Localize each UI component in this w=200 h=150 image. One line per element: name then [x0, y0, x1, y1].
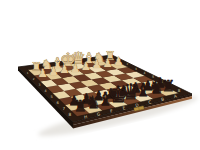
piece-black-bishop-c8: ♝ [129, 81, 157, 99]
piece-black-pawn-g7: ♟ [72, 92, 100, 106]
piece-black-rook-a8: ♜ [154, 78, 182, 94]
piece-black-pawn-d7: ♟ [109, 84, 137, 98]
piece-black-pawn-a7: ♟ [146, 76, 174, 90]
piece-white-bishop-f1: ♝ [43, 56, 71, 70]
piece-white-pawn-b2: ♟ [93, 58, 121, 69]
piece-black-pawn-f7: ♟ [85, 89, 113, 103]
piece-white-pawn-d2: ♟ [72, 61, 100, 72]
piece-black-bishop-f8: ♝ [92, 90, 120, 108]
piece-white-bishop-c1: ♝ [75, 51, 103, 65]
piece-white-pawn-e2: ♟ [61, 63, 89, 74]
piece-black-pawn-e7: ♟ [97, 87, 125, 101]
chess-set-photo: HGFEDCBA1234567812345678 ♜♞♝♛♚♝♞♜♟♟♟♟♟♟♟… [0, 0, 200, 150]
piece-black-pawn-b7: ♟ [134, 79, 162, 93]
piece-black-knight-g8: ♞ [79, 94, 107, 111]
piece-white-pawn-c2: ♟ [83, 59, 111, 70]
piece-black-queen-d8: ♛ [117, 81, 145, 103]
piece-white-pawn-g2: ♟ [39, 66, 67, 77]
piece-white-rook-a1: ♜ [96, 50, 124, 62]
piece-black-pawn-c7: ♟ [121, 81, 149, 95]
piece-black-knight-b8: ♞ [142, 79, 170, 96]
piece-black-rook-h8: ♜ [66, 98, 94, 114]
piece-white-pawn-a2: ♟ [104, 56, 132, 67]
piece-white-queen-d1: ♛ [64, 50, 92, 67]
piece-white-knight-b1: ♞ [85, 51, 113, 65]
piece-black-king-e8: ♚ [104, 82, 132, 105]
piece-white-rook-h1: ♜ [22, 61, 50, 73]
piece-white-pawn-h2: ♟ [29, 68, 57, 79]
piece-white-pawn-f2: ♟ [50, 64, 78, 75]
piece-white-knight-g1: ♞ [33, 58, 61, 72]
pieces-layer: ♜♞♝♛♚♝♞♜♟♟♟♟♟♟♟♟♟♟♟♟♟♟♟♟♜♞♝♛♚♝♞♜ [0, 0, 200, 150]
piece-black-pawn-h7: ♟ [60, 94, 88, 108]
piece-white-king-e1: ♚ [54, 51, 82, 69]
